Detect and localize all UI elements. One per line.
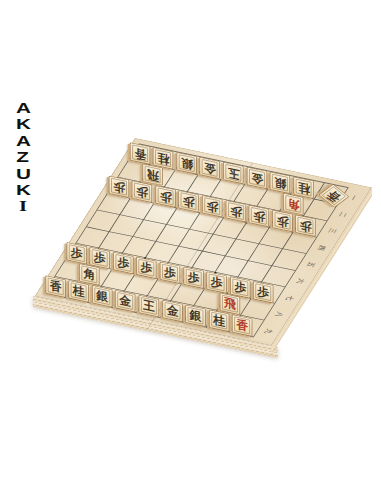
rank-label: 三 (326, 227, 337, 235)
piece-kanji: 桂 (298, 180, 310, 194)
rank-label: 七 (284, 294, 295, 302)
piece-kanji: 歩 (117, 256, 129, 270)
piece-gote-pawn[interactable]: 歩 (272, 209, 293, 231)
piece-gote-pawn[interactable]: 歩 (179, 190, 200, 212)
rank-label: 六 (295, 277, 306, 285)
piece-kanji: 金 (251, 170, 263, 184)
piece-kanji: 歩 (300, 218, 312, 232)
piece-kanji: 金 (120, 294, 132, 308)
piece-kanji: 角 (287, 197, 299, 211)
piece-gote-silver[interactable]: 銀 (270, 171, 291, 193)
piece-kanji: 飛 (224, 297, 236, 311)
piece-kanji: 歩 (113, 179, 125, 193)
piece-gote-pawn[interactable]: 歩 (155, 185, 176, 207)
piece-kanji: 香 (50, 279, 62, 293)
piece-kanji: 玉 (228, 166, 240, 180)
piece-kanji: 銀 (274, 175, 286, 189)
brand-letter: I (19, 198, 27, 214)
shogi-board: 一二三四五六七八九香桂銀金玉金銀桂香飛角歩歩歩歩歩歩歩歩歩歩歩歩歩歩歩歩歩歩角飛… (35, 138, 373, 346)
piece-kanji: 桂 (157, 151, 169, 165)
piece-kanji: 歩 (276, 214, 288, 228)
piece-kanji: 歩 (94, 251, 106, 265)
rank-label: 一 (347, 194, 358, 202)
piece-kanji: 歩 (136, 184, 148, 198)
brand-vertical-text: AKAZUKI (9, 100, 37, 215)
piece-kanji: 歩 (206, 199, 218, 213)
brand-letter: K (16, 116, 31, 132)
piece-kanji: 歩 (253, 209, 265, 223)
piece-gote-gold[interactable]: 金 (247, 166, 268, 188)
piece-kanji: 歩 (211, 275, 223, 289)
piece-gote-pawn[interactable]: 歩 (132, 180, 153, 202)
piece-kanji: 銀 (96, 289, 108, 303)
piece-gote-pawn[interactable]: 歩 (109, 175, 130, 197)
rank-label: 八 (273, 310, 284, 318)
piece-kanji: 角 (83, 268, 95, 282)
piece-kanji: 歩 (187, 270, 199, 284)
piece-kanji: 歩 (71, 246, 83, 260)
piece-kanji: 歩 (183, 194, 195, 208)
piece-kanji: 香 (134, 146, 146, 160)
piece-kanji: 歩 (230, 204, 242, 218)
piece-kanji: 飛 (147, 168, 159, 182)
piece-kanji: 歩 (160, 189, 172, 203)
piece-gote-silver[interactable]: 銀 (176, 152, 197, 174)
piece-kanji: 歩 (164, 266, 176, 280)
piece-kanji: 銀 (190, 309, 202, 323)
brand-letter: Z (17, 149, 30, 165)
rank-label: 九 (263, 327, 274, 335)
piece-gote-lance[interactable]: 香 (130, 142, 151, 164)
piece-gote-pawn[interactable]: 歩 (249, 205, 270, 227)
piece-kanji: 金 (204, 161, 216, 175)
piece-kanji: 香 (236, 318, 248, 332)
piece-kanji: 歩 (141, 261, 153, 275)
brand-letter: U (16, 166, 31, 182)
brand-letter: A (16, 100, 31, 116)
piece-kanji: 歩 (258, 285, 270, 299)
rank-label: 五 (305, 260, 316, 268)
piece-gote-pawn[interactable]: 歩 (202, 195, 223, 217)
piece-gote-pawn[interactable]: 歩 (225, 200, 246, 222)
rank-label: 二 (337, 210, 348, 218)
piece-kanji: 王 (143, 299, 155, 313)
brand-letter: A (16, 133, 31, 149)
piece-gote-gold[interactable]: 金 (200, 157, 221, 179)
rank-label: 四 (316, 244, 327, 252)
piece-kanji: 金 (166, 304, 178, 318)
piece-kanji: 桂 (73, 284, 85, 298)
brand-letter: K (16, 182, 31, 198)
piece-gote-king[interactable]: 玉 (223, 162, 244, 184)
piece-gote-pawn[interactable]: 歩 (295, 214, 316, 236)
piece-kanji: 香 (325, 188, 344, 203)
piece-kanji: 歩 (234, 280, 246, 294)
piece-kanji: 桂 (213, 314, 225, 328)
piece-kanji: 銀 (181, 156, 193, 170)
